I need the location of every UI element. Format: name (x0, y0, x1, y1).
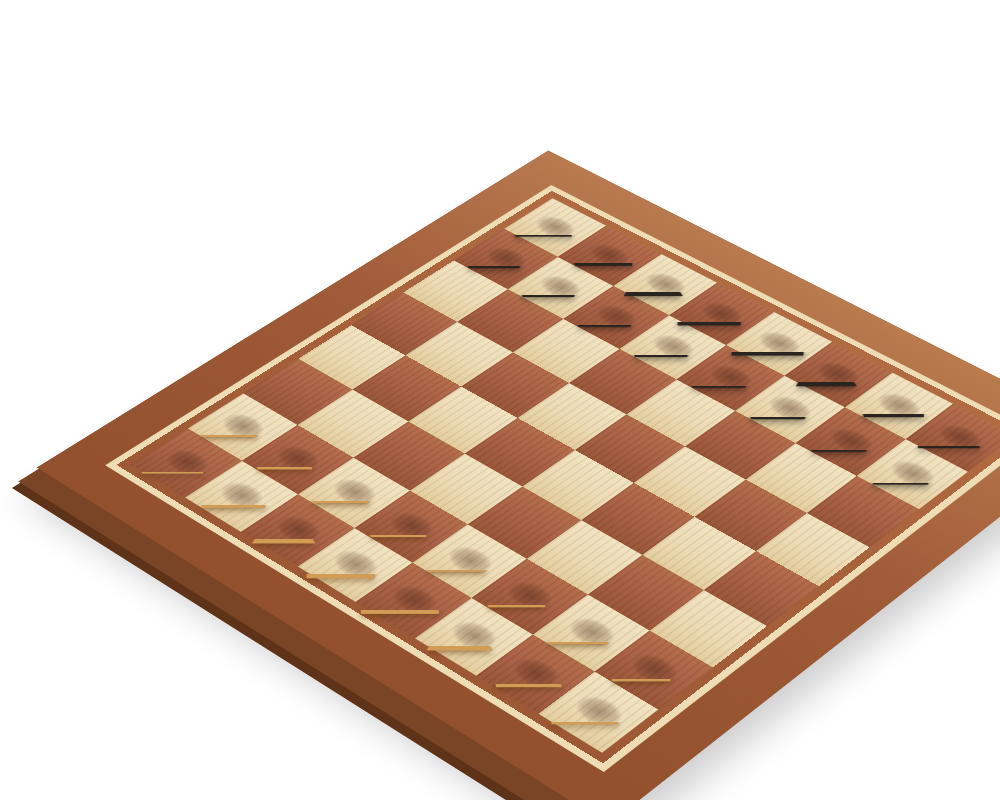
chess-board: ♜♞♝♛♚♝♞♜♟♟♟♟♟♟♟♟♟♟♟♟♟♟♟♟♜♞♝♛♚♝♞♜ (37, 150, 1000, 800)
square-a4[interactable] (298, 325, 405, 390)
piece-shadow (685, 292, 760, 335)
board-border: ♜♞♝♛♚♝♞♜♟♟♟♟♟♟♟♟♟♟♟♟♟♟♟♟♜♞♝♛♚♝♞♜ (37, 150, 1000, 800)
square-d6[interactable] (569, 349, 677, 415)
square-f5[interactable] (634, 446, 745, 516)
bishop-glyph: ♝ (530, 189, 776, 314)
square-e6[interactable] (627, 379, 736, 446)
piece-shadow (520, 207, 592, 248)
square-b5[interactable] (406, 322, 513, 386)
square-d7[interactable]: ♟ (619, 315, 726, 379)
square-c6[interactable] (513, 319, 620, 383)
square-f8[interactable]: ♝ (785, 342, 892, 407)
product-photo-scene: ♜♞♝♛♚♝♞♜♟♟♟♟♟♟♟♟♟♟♟♟♟♟♟♟♜♞♝♛♚♝♞♜ (0, 0, 1000, 800)
pawn-glyph: ♟ (535, 282, 787, 371)
square-d8[interactable]: ♛ (669, 283, 774, 346)
square-b8[interactable]: ♞ (558, 226, 661, 286)
piece-shadow (579, 295, 654, 339)
square-c8[interactable]: ♝ (613, 254, 717, 315)
piece-shadow (470, 238, 543, 280)
square-a6[interactable] (403, 260, 508, 322)
square-d5[interactable] (517, 383, 626, 450)
queen-glyph: ♛ (585, 200, 834, 348)
board-inlay-line: ♜♞♝♛♚♝♞♜♟♟♟♟♟♟♟♟♟♟♟♟♟♟♟♟♜♞♝♛♚♝♞♜ (105, 185, 1000, 772)
square-e7[interactable]: ♟ (677, 345, 785, 410)
square-a8[interactable]: ♜ (504, 198, 606, 257)
square-e8[interactable]: ♚ (726, 312, 832, 376)
piece-shadow (636, 325, 712, 369)
board-field-frame: ♜♞♝♛♚♝♞♜♟♟♟♟♟♟♟♟♟♟♟♟♟♟♟♟♜♞♝♛♚♝♞♜ (117, 191, 1000, 763)
square-a5[interactable] (351, 292, 457, 355)
square-a7[interactable]: ♟ (454, 229, 558, 289)
pawn-glyph: ♟ (592, 312, 846, 402)
king-glyph: ♚ (642, 221, 893, 381)
square-b6[interactable] (457, 289, 563, 352)
pawn-glyph: ♟ (769, 406, 1000, 499)
knight-glyph: ♞ (476, 165, 720, 285)
piece-shadow (800, 351, 877, 396)
board-playing-field: ♜♞♝♛♚♝♞♜♟♟♟♟♟♟♟♟♟♟♟♟♟♟♟♟♜♞♝♛♚♝♞♜ (131, 198, 1000, 752)
piece-shadow (693, 355, 769, 400)
pawn-glyph: ♟ (425, 224, 672, 311)
piece-shadow (524, 266, 598, 309)
square-c7[interactable]: ♟ (563, 286, 669, 349)
rook-glyph: ♜ (423, 153, 664, 253)
piece-shadow (742, 321, 818, 365)
square-b7[interactable]: ♟ (508, 257, 613, 318)
piece-shadow (628, 263, 702, 306)
square-h1[interactable]: ♜ (538, 671, 658, 752)
piece-shadow (573, 235, 646, 277)
square-c5[interactable] (461, 352, 569, 418)
pawn-glyph: ♟ (372, 195, 616, 281)
bishop-glyph: ♝ (700, 277, 954, 406)
pawn-glyph: ♟ (480, 253, 729, 341)
